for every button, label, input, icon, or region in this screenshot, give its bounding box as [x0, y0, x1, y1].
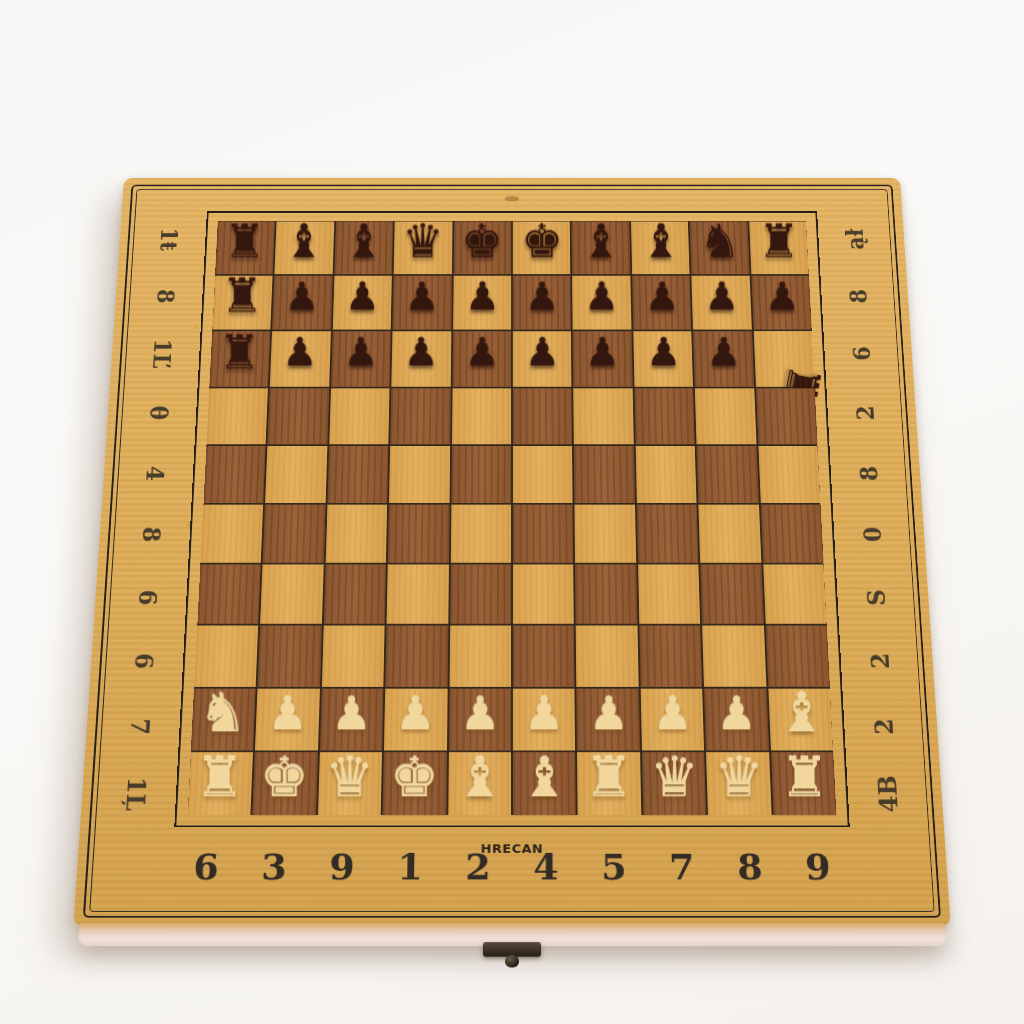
- square[interactable]: ♟: [751, 276, 812, 330]
- square[interactable]: [765, 626, 829, 687]
- square[interactable]: ♟: [320, 688, 384, 750]
- square[interactable]: [574, 446, 635, 503]
- square[interactable]: ♟: [704, 688, 768, 750]
- clasp-icon[interactable]: [483, 942, 541, 957]
- square[interactable]: ♚: [383, 752, 447, 815]
- dark-pawn[interactable]: ♟: [704, 277, 739, 316]
- dark-pawn[interactable]: ♟: [345, 277, 380, 316]
- square[interactable]: ♟: [513, 331, 572, 386]
- rank-label: 4: [122, 443, 187, 504]
- frame-top-mark: [505, 196, 519, 201]
- light-pawn[interactable]: ♟: [652, 690, 693, 735]
- chess-board-3d: 1ŧ81Ľθ486671Ļ ął86280S224B HRECAN 639124…: [72, 178, 952, 946]
- square[interactable]: [450, 565, 511, 624]
- dark-knight[interactable]: ♞: [699, 218, 741, 265]
- square[interactable]: ♝: [572, 221, 630, 274]
- dark-pawn[interactable]: ♟: [464, 333, 499, 372]
- light-queen[interactable]: ♛: [650, 750, 699, 805]
- dark-king[interactable]: ♚: [521, 218, 563, 265]
- square[interactable]: [261, 565, 324, 624]
- file-label: 5: [580, 846, 649, 888]
- light-bishop[interactable]: ♝: [777, 686, 826, 740]
- rank-label: 1Ļ: [102, 760, 170, 827]
- square[interactable]: [637, 505, 699, 563]
- square[interactable]: [763, 565, 827, 624]
- square[interactable]: [389, 446, 450, 503]
- box-front-lip: [78, 923, 946, 946]
- file-label: 3: [239, 846, 309, 888]
- square[interactable]: ♟: [513, 688, 575, 750]
- rank-label: 0: [840, 504, 906, 566]
- square[interactable]: ♛: [394, 221, 452, 274]
- square[interactable]: ♞: [690, 221, 749, 274]
- dark-pawn[interactable]: ♟: [404, 333, 439, 372]
- square[interactable]: ♟: [384, 688, 447, 750]
- square[interactable]: ♟: [331, 331, 391, 386]
- square[interactable]: ♝: [768, 688, 833, 750]
- square[interactable]: [513, 446, 573, 503]
- square[interactable]: [388, 505, 449, 563]
- light-pawn[interactable]: ♟: [267, 690, 308, 735]
- square[interactable]: [265, 446, 327, 503]
- square[interactable]: ♟: [640, 688, 704, 750]
- rank-label: 8: [118, 504, 184, 566]
- square[interactable]: [329, 388, 390, 444]
- dark-pawn[interactable]: ♟: [525, 333, 560, 372]
- square[interactable]: ♛: [706, 752, 771, 815]
- dark-bishop[interactable]: ♝: [343, 218, 385, 265]
- square[interactable]: ♜: [749, 221, 809, 274]
- dark-pawn[interactable]: ♟: [283, 333, 318, 372]
- square[interactable]: ♟: [393, 276, 452, 330]
- dark-rook[interactable]: ♜: [221, 273, 263, 320]
- file-label: 7: [647, 846, 716, 888]
- dark-pawn[interactable]: ♟: [525, 277, 560, 316]
- light-king[interactable]: ♚: [260, 750, 309, 805]
- square[interactable]: ♜: [577, 752, 641, 815]
- square[interactable]: ♟: [333, 276, 392, 330]
- dark-pawn[interactable]: ♟: [646, 333, 681, 372]
- square[interactable]: [635, 446, 696, 503]
- file-label: 1: [376, 846, 445, 888]
- dark-pawn[interactable]: ♟: [285, 277, 320, 316]
- light-rook[interactable]: ♜: [585, 750, 634, 805]
- square[interactable]: ♟: [573, 331, 632, 386]
- square[interactable]: [576, 626, 638, 687]
- square[interactable]: ♝: [631, 221, 690, 274]
- square[interactable]: ♛: [642, 752, 706, 815]
- light-rook[interactable]: ♜: [195, 750, 244, 805]
- square[interactable]: [201, 505, 264, 563]
- square[interactable]: [197, 565, 261, 624]
- square[interactable]: [638, 565, 700, 624]
- square[interactable]: [513, 626, 575, 687]
- square[interactable]: [385, 626, 447, 687]
- rank-label: 4B: [854, 760, 922, 827]
- square[interactable]: ♟: [272, 276, 332, 330]
- square[interactable]: ♟: [572, 276, 631, 330]
- square[interactable]: [327, 446, 388, 503]
- square[interactable]: [758, 446, 820, 503]
- square[interactable]: ♝: [513, 752, 576, 815]
- square[interactable]: [756, 388, 818, 444]
- dark-rook[interactable]: ♜: [218, 328, 261, 375]
- light-pawn[interactable]: ♟: [459, 690, 500, 735]
- squares-grid: ♜♝♝♛♚♚♝♝♞♜♜♟♟♟♟♟♟♟♟♟♜♟♟♟♟♟♟♟♟♜♞♟♟♟♟♟♟♟♟♝…: [188, 221, 837, 815]
- square[interactable]: [574, 388, 634, 444]
- dark-pawn[interactable]: ♟: [585, 333, 620, 372]
- square[interactable]: [575, 505, 636, 563]
- square[interactable]: [639, 626, 702, 687]
- square[interactable]: ♟: [577, 688, 640, 750]
- square[interactable]: ♟: [452, 331, 511, 386]
- dark-queen[interactable]: ♛: [402, 218, 444, 265]
- light-pawn[interactable]: ♟: [588, 690, 629, 735]
- square[interactable]: ♝: [448, 752, 511, 815]
- square[interactable]: [258, 626, 322, 687]
- square[interactable]: ♟: [693, 331, 754, 386]
- dark-pawn[interactable]: ♟: [706, 333, 741, 372]
- square[interactable]: ♜: [753, 331, 814, 386]
- light-pawn[interactable]: ♟: [331, 690, 372, 735]
- rank-label: 8: [134, 268, 197, 325]
- rank-label: 2: [834, 383, 898, 443]
- rank-label: 7: [106, 694, 174, 760]
- square[interactable]: ♟: [392, 331, 451, 386]
- light-king[interactable]: ♚: [390, 750, 439, 805]
- light-queen[interactable]: ♛: [715, 750, 764, 805]
- file-label: 8: [715, 846, 785, 888]
- square[interactable]: ♟: [453, 276, 511, 330]
- rank-label: S: [843, 566, 909, 629]
- square[interactable]: ♚: [253, 752, 318, 815]
- light-pawn[interactable]: ♟: [395, 690, 436, 735]
- rank-label: 8: [827, 268, 890, 325]
- square[interactable]: ♟: [633, 331, 693, 386]
- square[interactable]: [513, 565, 574, 624]
- dark-pawn[interactable]: ♟: [343, 333, 378, 372]
- square[interactable]: ♜: [212, 276, 272, 330]
- square[interactable]: ♜: [215, 221, 275, 274]
- playing-field-border: ♜♝♝♛♚♚♝♝♞♜♜♟♟♟♟♟♟♟♟♟♜♟♟♟♟♟♟♟♟♜♞♟♟♟♟♟♟♟♟♝…: [174, 211, 849, 827]
- square[interactable]: [695, 388, 756, 444]
- dark-pawn[interactable]: ♟: [764, 277, 799, 316]
- light-queen[interactable]: ♛: [325, 750, 374, 805]
- square[interactable]: [263, 505, 325, 563]
- square[interactable]: [322, 626, 385, 687]
- file-label: 6: [171, 846, 241, 888]
- brand-text: HRECAN: [481, 842, 543, 856]
- dark-rook[interactable]: ♜: [759, 218, 801, 265]
- square[interactable]: [325, 505, 387, 563]
- square[interactable]: [513, 388, 572, 444]
- square[interactable]: [697, 446, 759, 503]
- square[interactable]: ♜: [210, 331, 271, 386]
- square[interactable]: ♟: [270, 331, 331, 386]
- dark-pawn[interactable]: ♟: [644, 277, 679, 316]
- square[interactable]: ♟: [449, 688, 511, 750]
- dark-pawn[interactable]: ♟: [465, 277, 500, 316]
- gold-flecks: [193, 326, 197, 329]
- file-labels-bottom: HRECAN 6391245789: [170, 833, 853, 901]
- square[interactable]: ♝: [334, 221, 393, 274]
- square[interactable]: [451, 446, 511, 503]
- square[interactable]: [387, 565, 449, 624]
- dark-bishop[interactable]: ♝: [640, 218, 682, 265]
- rank-label: θ: [126, 383, 190, 443]
- square[interactable]: ♜: [188, 752, 254, 815]
- light-pawn[interactable]: ♟: [524, 690, 565, 735]
- dark-bishop[interactable]: ♝: [283, 218, 325, 265]
- square[interactable]: ♚: [453, 221, 511, 274]
- square[interactable]: ♟: [692, 276, 752, 330]
- square[interactable]: ♟: [632, 276, 691, 330]
- light-bishop[interactable]: ♝: [520, 750, 569, 805]
- square[interactable]: [390, 388, 450, 444]
- rank-label: 1ŧ: [138, 211, 200, 267]
- square[interactable]: [634, 388, 695, 444]
- board-frame: 1ŧ81Ľθ486671Ļ ął86280S224B HRECAN 639124…: [73, 178, 950, 927]
- square[interactable]: [194, 626, 258, 687]
- square[interactable]: [513, 505, 574, 563]
- clasp-knob-icon[interactable]: [505, 955, 519, 968]
- square[interactable]: ♟: [513, 276, 571, 330]
- square[interactable]: ♜: [771, 752, 837, 815]
- square[interactable]: [324, 565, 386, 624]
- rank-label: 2: [850, 694, 918, 760]
- square[interactable]: [700, 565, 763, 624]
- square[interactable]: ♟: [255, 688, 319, 750]
- dark-king[interactable]: ♚: [461, 218, 503, 265]
- square[interactable]: ♝: [275, 221, 334, 274]
- square[interactable]: [760, 505, 823, 563]
- rank-label: 2: [847, 629, 914, 694]
- square[interactable]: ♞: [191, 688, 256, 750]
- square[interactable]: [207, 388, 269, 444]
- square[interactable]: [450, 505, 511, 563]
- file-label: 9: [783, 846, 853, 888]
- square[interactable]: [449, 626, 511, 687]
- dark-pawn[interactable]: ♟: [585, 277, 620, 316]
- light-bishop[interactable]: ♝: [455, 750, 504, 805]
- square[interactable]: [204, 446, 266, 503]
- dark-pawn[interactable]: ♟: [405, 277, 440, 316]
- light-rook[interactable]: ♜: [780, 750, 829, 805]
- rank-label: 6: [110, 629, 177, 694]
- photo-scene: 1ŧ81Ľθ486671Ļ ął86280S224B HRECAN 639124…: [0, 0, 1024, 1024]
- dark-rook[interactable]: ♜: [224, 218, 266, 265]
- square[interactable]: [268, 388, 329, 444]
- rank-label: ął: [824, 211, 886, 267]
- dark-bishop[interactable]: ♝: [580, 218, 622, 265]
- light-pawn[interactable]: ♟: [716, 690, 757, 735]
- square[interactable]: ♚: [513, 221, 571, 274]
- square[interactable]: [699, 505, 761, 563]
- square[interactable]: [452, 388, 511, 444]
- square[interactable]: [575, 565, 637, 624]
- rank-label: 6: [830, 325, 893, 383]
- rank-label: 1Ľ: [130, 325, 193, 383]
- square[interactable]: ♛: [318, 752, 382, 815]
- file-label: 9: [307, 846, 376, 888]
- square[interactable]: [702, 626, 766, 687]
- rank-label: 8: [837, 443, 902, 504]
- light-knight[interactable]: ♞: [198, 686, 247, 740]
- rank-label: 6: [114, 566, 180, 629]
